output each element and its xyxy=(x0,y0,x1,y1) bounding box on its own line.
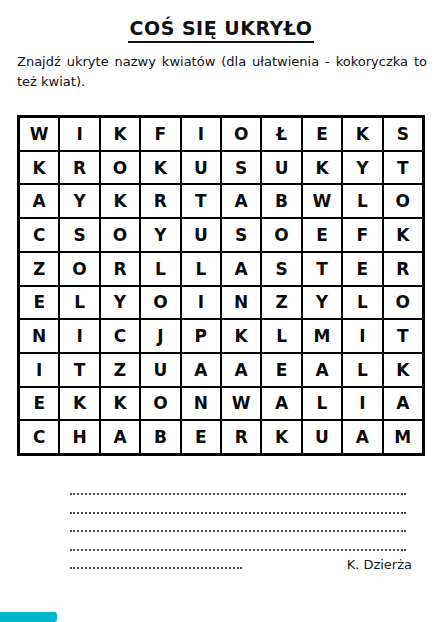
grid-cell[interactable]: T xyxy=(302,252,342,286)
grid-cell[interactable]: Z xyxy=(100,353,140,387)
grid-cell[interactable]: N xyxy=(19,319,59,353)
grid-cell[interactable]: O xyxy=(140,387,180,421)
grid-cell[interactable]: O xyxy=(100,218,140,252)
answer-line[interactable] xyxy=(70,482,406,495)
answer-line[interactable] xyxy=(70,501,406,514)
grid-cell[interactable]: K xyxy=(100,184,140,218)
grid-cell[interactable]: T xyxy=(383,319,423,353)
grid-cell[interactable]: I xyxy=(342,319,382,353)
grid-cell[interactable]: C xyxy=(19,218,59,252)
grid-cell[interactable]: A xyxy=(302,353,342,387)
grid-cell[interactable]: L xyxy=(302,387,342,421)
grid-cell[interactable]: U xyxy=(181,151,221,185)
grid-cell[interactable]: W xyxy=(221,387,261,421)
grid-cell[interactable]: U xyxy=(140,353,180,387)
author-signature: K. Dzierża xyxy=(347,557,412,572)
grid-cell[interactable]: E xyxy=(302,117,342,151)
puzzle-instructions: Znajdź ukryte nazwy kwiatów (dla ułatwie… xyxy=(17,52,427,92)
grid-cell[interactable]: U xyxy=(302,420,342,454)
grid-cell[interactable]: L xyxy=(342,286,382,320)
grid-cell[interactable]: O xyxy=(59,252,99,286)
grid-cell[interactable]: T xyxy=(59,353,99,387)
grid-cell[interactable]: A xyxy=(221,252,261,286)
word-search-grid: WIKFIOŁEKSKROKUSUKYTAYKRTABWLOCSOYUSOEFK… xyxy=(17,115,425,456)
grid-cell[interactable]: N xyxy=(181,387,221,421)
word-search-worksheet: { "game": "word-search", "title": "COŚ S… xyxy=(0,0,442,622)
grid-cell[interactable]: L xyxy=(261,319,301,353)
grid-cell[interactable]: K xyxy=(140,151,180,185)
grid-cell[interactable]: Y xyxy=(59,184,99,218)
grid-cell[interactable]: A xyxy=(19,184,59,218)
grid-cell[interactable]: O xyxy=(383,184,423,218)
grid-cell[interactable]: I xyxy=(19,353,59,387)
grid-cell[interactable]: N xyxy=(221,286,261,320)
grid-cell[interactable]: Y xyxy=(140,218,180,252)
grid-cell[interactable]: O xyxy=(100,151,140,185)
grid-cell[interactable]: I xyxy=(59,117,99,151)
grid-cell[interactable]: E xyxy=(181,420,221,454)
grid-cell[interactable]: K xyxy=(221,319,261,353)
grid-cell[interactable]: R xyxy=(59,151,99,185)
grid-cell[interactable]: R xyxy=(140,184,180,218)
grid-cell[interactable]: L xyxy=(342,184,382,218)
grid-cell[interactable]: S xyxy=(261,252,301,286)
grid-cell[interactable]: S xyxy=(383,117,423,151)
grid-cell[interactable]: U xyxy=(181,218,221,252)
grid-cell[interactable]: I xyxy=(59,319,99,353)
grid-cell[interactable]: O xyxy=(221,117,261,151)
grid-cell[interactable]: K xyxy=(59,387,99,421)
grid-cell[interactable]: A xyxy=(100,420,140,454)
grid-cell[interactable]: H xyxy=(59,420,99,454)
grid-cell[interactable]: S xyxy=(221,218,261,252)
grid-cell[interactable]: F xyxy=(342,218,382,252)
grid-cell[interactable]: C xyxy=(19,420,59,454)
grid-cell[interactable]: T xyxy=(181,184,221,218)
grid-cell[interactable]: Y xyxy=(100,286,140,320)
grid-cell[interactable]: W xyxy=(302,184,342,218)
grid-cell[interactable]: K xyxy=(100,387,140,421)
grid-cell[interactable]: A xyxy=(383,387,423,421)
grid-cell[interactable]: K xyxy=(383,353,423,387)
grid-cell[interactable]: C xyxy=(100,319,140,353)
grid-cell[interactable]: L xyxy=(342,353,382,387)
grid-cell[interactable]: K xyxy=(342,117,382,151)
page-title: COŚ SIĘ UKRYŁO xyxy=(0,17,442,43)
grid-cell[interactable]: E xyxy=(261,353,301,387)
grid-cell[interactable]: R xyxy=(383,252,423,286)
grid-cell[interactable]: M xyxy=(383,420,423,454)
grid-cell[interactable]: B xyxy=(140,420,180,454)
grid-cell[interactable]: S xyxy=(59,218,99,252)
grid-cell[interactable]: Y xyxy=(302,286,342,320)
grid-cell[interactable]: E xyxy=(342,252,382,286)
grid-cell[interactable]: O xyxy=(261,218,301,252)
grid-cell[interactable]: S xyxy=(221,151,261,185)
answer-line[interactable] xyxy=(70,556,242,569)
grid-cell[interactable]: W xyxy=(19,117,59,151)
grid-cell[interactable]: L xyxy=(59,286,99,320)
grid-cell[interactable]: I xyxy=(342,387,382,421)
grid-cell[interactable]: R xyxy=(100,252,140,286)
grid-cell[interactable]: Z xyxy=(19,252,59,286)
grid-cell[interactable]: U xyxy=(261,151,301,185)
answer-line[interactable] xyxy=(70,538,406,551)
grid-cell[interactable]: L xyxy=(181,252,221,286)
grid-cell[interactable]: M xyxy=(302,319,342,353)
answer-line[interactable] xyxy=(70,519,406,532)
grid-cell[interactable]: E xyxy=(19,286,59,320)
grid-cell[interactable]: K xyxy=(261,420,301,454)
bottom-accent-bar xyxy=(0,612,57,622)
grid-cell[interactable]: A xyxy=(261,387,301,421)
grid-cell[interactable]: Y xyxy=(342,151,382,185)
grid-cell[interactable]: A xyxy=(342,420,382,454)
grid-cell[interactable]: L xyxy=(140,252,180,286)
grid-cell[interactable]: K xyxy=(19,151,59,185)
grid-cell[interactable]: Ł xyxy=(261,117,301,151)
grid-cell[interactable]: E xyxy=(19,387,59,421)
grid-cell[interactable]: K xyxy=(383,218,423,252)
grid-cell[interactable]: P xyxy=(181,319,221,353)
grid-cell[interactable]: A xyxy=(221,184,261,218)
grid-cell[interactable]: A xyxy=(221,353,261,387)
grid-cell[interactable]: O xyxy=(383,286,423,320)
grid-cell[interactable]: J xyxy=(140,319,180,353)
grid-cell[interactable]: E xyxy=(302,218,342,252)
grid-cell[interactable]: Z xyxy=(261,286,301,320)
grid-cell[interactable]: O xyxy=(140,286,180,320)
grid-cell[interactable]: F xyxy=(140,117,180,151)
grid-cell[interactable]: I xyxy=(181,117,221,151)
grid-cell[interactable]: T xyxy=(383,151,423,185)
grid-cell[interactable]: K xyxy=(302,151,342,185)
grid-cell[interactable]: B xyxy=(261,184,301,218)
grid-cell[interactable]: A xyxy=(181,353,221,387)
grid-cell[interactable]: R xyxy=(221,420,261,454)
grid-cell[interactable]: K xyxy=(100,117,140,151)
grid-cell[interactable]: I xyxy=(181,286,221,320)
